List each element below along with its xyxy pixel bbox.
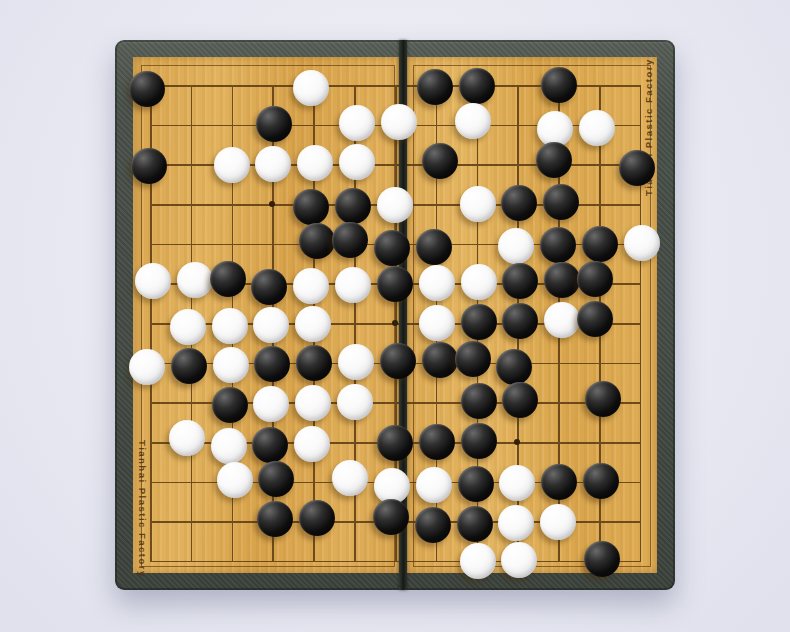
white-stone[interactable] xyxy=(338,344,374,380)
black-stone[interactable] xyxy=(502,382,538,418)
black-stone[interactable] xyxy=(373,499,409,535)
black-stone[interactable] xyxy=(543,184,579,220)
black-stone[interactable] xyxy=(502,263,538,299)
black-stone[interactable] xyxy=(416,229,452,265)
white-stone[interactable] xyxy=(297,145,333,181)
black-stone[interactable] xyxy=(461,383,497,419)
page-background: { "game": "go", "board": { "type": "fold… xyxy=(0,0,790,632)
black-stone[interactable] xyxy=(541,67,577,103)
black-stone[interactable] xyxy=(257,501,293,537)
black-stone[interactable] xyxy=(577,301,613,337)
black-stone[interactable] xyxy=(377,425,413,461)
black-stone[interactable] xyxy=(419,424,455,460)
black-stone[interactable] xyxy=(251,269,287,305)
black-stone[interactable] xyxy=(293,189,329,225)
black-stone[interactable] xyxy=(377,266,413,302)
black-stone[interactable] xyxy=(577,261,613,297)
black-stone[interactable] xyxy=(254,346,290,382)
white-stone[interactable] xyxy=(537,111,573,147)
brand-text-left: Tianhai Plastic Factory xyxy=(131,440,148,570)
black-stone[interactable] xyxy=(258,461,294,497)
white-stone[interactable] xyxy=(419,305,455,341)
white-stone[interactable] xyxy=(499,465,535,501)
white-stone[interactable] xyxy=(293,268,329,304)
white-stone[interactable] xyxy=(337,384,373,420)
black-stone[interactable] xyxy=(501,185,537,221)
white-stone[interactable] xyxy=(544,302,580,338)
black-stone[interactable] xyxy=(461,423,497,459)
black-stone[interactable] xyxy=(457,506,493,542)
black-stone[interactable] xyxy=(374,230,410,266)
white-stone[interactable] xyxy=(374,468,410,504)
white-stone[interactable] xyxy=(253,307,289,343)
black-stone[interactable] xyxy=(540,227,576,263)
black-stone[interactable] xyxy=(415,507,451,543)
white-stone[interactable] xyxy=(169,420,205,456)
white-stone[interactable] xyxy=(294,426,330,462)
black-stone[interactable] xyxy=(299,223,335,259)
black-stone[interactable] xyxy=(544,262,580,298)
white-stone[interactable] xyxy=(212,308,248,344)
black-stone[interactable] xyxy=(496,349,532,385)
white-stone[interactable] xyxy=(498,505,534,541)
white-stone[interactable] xyxy=(419,265,455,301)
white-stone[interactable] xyxy=(377,187,413,223)
white-stone[interactable] xyxy=(501,542,537,578)
star-point xyxy=(392,320,398,326)
black-stone[interactable] xyxy=(582,226,618,262)
white-stone[interactable] xyxy=(339,105,375,141)
white-stone[interactable] xyxy=(624,225,660,261)
white-stone[interactable] xyxy=(295,306,331,342)
black-stone[interactable] xyxy=(129,71,165,107)
white-stone[interactable] xyxy=(135,263,171,299)
white-stone[interactable] xyxy=(170,309,206,345)
white-stone[interactable] xyxy=(255,146,291,182)
black-stone[interactable] xyxy=(422,143,458,179)
white-stone[interactable] xyxy=(540,504,576,540)
black-stone[interactable] xyxy=(171,348,207,384)
black-stone[interactable] xyxy=(502,303,538,339)
black-stone[interactable] xyxy=(332,222,368,258)
black-stone[interactable] xyxy=(212,387,248,423)
star-point xyxy=(269,201,275,207)
black-stone[interactable] xyxy=(583,463,619,499)
black-stone[interactable] xyxy=(536,142,572,178)
white-stone[interactable] xyxy=(416,467,452,503)
white-stone[interactable] xyxy=(213,347,249,383)
black-stone[interactable] xyxy=(458,466,494,502)
white-stone[interactable] xyxy=(460,543,496,579)
star-point xyxy=(514,439,520,445)
white-stone[interactable] xyxy=(177,262,213,298)
black-stone[interactable] xyxy=(459,68,495,104)
black-stone[interactable] xyxy=(252,427,288,463)
white-stone[interactable] xyxy=(455,103,491,139)
white-stone[interactable] xyxy=(339,144,375,180)
white-stone[interactable] xyxy=(211,428,247,464)
white-stone[interactable] xyxy=(332,460,368,496)
white-stone[interactable] xyxy=(129,349,165,385)
black-stone[interactable] xyxy=(584,541,620,577)
black-stone[interactable] xyxy=(131,148,167,184)
white-stone[interactable] xyxy=(460,186,496,222)
black-stone[interactable] xyxy=(541,464,577,500)
black-stone[interactable] xyxy=(619,150,655,186)
white-stone[interactable] xyxy=(253,386,289,422)
black-stone[interactable] xyxy=(256,106,292,142)
black-stone[interactable] xyxy=(422,342,458,378)
black-stone[interactable] xyxy=(299,500,335,536)
white-stone[interactable] xyxy=(579,110,615,146)
black-stone[interactable] xyxy=(461,304,497,340)
black-stone[interactable] xyxy=(455,341,491,377)
white-stone[interactable] xyxy=(498,228,534,264)
white-stone[interactable] xyxy=(293,70,329,106)
white-stone[interactable] xyxy=(335,267,371,303)
black-stone[interactable] xyxy=(210,261,246,297)
black-stone[interactable] xyxy=(380,343,416,379)
white-stone[interactable] xyxy=(461,264,497,300)
black-stone[interactable] xyxy=(296,345,332,381)
white-stone[interactable] xyxy=(295,385,331,421)
black-stone[interactable] xyxy=(335,188,371,224)
black-stone[interactable] xyxy=(417,69,453,105)
white-stone[interactable] xyxy=(217,462,253,498)
white-stone[interactable] xyxy=(381,104,417,140)
white-stone[interactable] xyxy=(214,147,250,183)
black-stone[interactable] xyxy=(585,381,621,417)
